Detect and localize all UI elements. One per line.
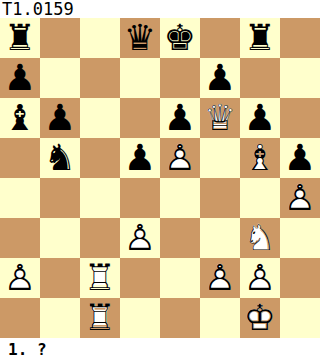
square-c8[interactable] [80,18,120,58]
square-g6[interactable]: ♟ [240,98,280,138]
square-e2[interactable] [160,258,200,298]
square-d3[interactable]: ♟♙ [120,218,160,258]
white-pawn: ♟♙ [284,178,316,218]
square-e3[interactable] [160,218,200,258]
black-pawn: ♟ [244,98,276,138]
square-d6[interactable] [120,98,160,138]
black-pawn: ♟ [44,98,76,138]
square-g2[interactable]: ♟♙ [240,258,280,298]
square-b1[interactable] [40,298,80,338]
square-e1[interactable] [160,298,200,338]
black-pawn: ♟ [164,98,196,138]
square-b6[interactable]: ♟ [40,98,80,138]
square-c5[interactable] [80,138,120,178]
white-bishop: ♝♗ [244,138,276,178]
square-a4[interactable] [0,178,40,218]
white-pawn: ♟♙ [124,218,156,258]
white-pawn: ♟♙ [244,258,276,298]
square-h2[interactable] [280,258,320,298]
square-h4[interactable]: ♟♙ [280,178,320,218]
square-c3[interactable] [80,218,120,258]
black-pawn: ♟ [4,58,36,98]
black-king: ♚ [164,18,196,58]
black-pawn: ♟ [204,58,236,98]
black-rook: ♜ [4,18,36,58]
square-a7[interactable]: ♟ [0,58,40,98]
white-pawn: ♟♙ [164,138,196,178]
square-f8[interactable] [200,18,240,58]
square-h5[interactable]: ♟ [280,138,320,178]
black-bishop: ♝ [4,98,36,138]
square-g8[interactable]: ♜ [240,18,280,58]
white-rook: ♜♖ [84,298,116,338]
move-prompt: 1. ? [0,338,320,360]
square-a8[interactable]: ♜ [0,18,40,58]
square-h6[interactable] [280,98,320,138]
square-f1[interactable] [200,298,240,338]
square-b4[interactable] [40,178,80,218]
square-b5[interactable]: ♞ [40,138,80,178]
square-f2[interactable]: ♟♙ [200,258,240,298]
square-h3[interactable] [280,218,320,258]
square-b3[interactable] [40,218,80,258]
square-a6[interactable]: ♝ [0,98,40,138]
square-f4[interactable] [200,178,240,218]
square-h7[interactable] [280,58,320,98]
square-f6[interactable]: ♛♕ [200,98,240,138]
white-king: ♚♔ [244,298,276,338]
square-e7[interactable] [160,58,200,98]
square-f3[interactable] [200,218,240,258]
white-queen: ♛♕ [204,98,236,138]
puzzle-id: T1.0159 [0,0,320,18]
square-d8[interactable]: ♛ [120,18,160,58]
black-pawn: ♟ [284,138,316,178]
black-pawn: ♟ [124,138,156,178]
square-e4[interactable] [160,178,200,218]
square-d1[interactable] [120,298,160,338]
square-b7[interactable] [40,58,80,98]
square-g3[interactable]: ♞♘ [240,218,280,258]
square-g4[interactable] [240,178,280,218]
black-knight: ♞ [44,138,76,178]
puzzle-page: T1.0159 ♜♛♚♜♟♟♝♟♟♛♕♟♞♟♟♙♝♗♟♟♙♟♙♞♘♟♙♜♖♟♙♟… [0,0,320,360]
square-a5[interactable] [0,138,40,178]
square-a1[interactable] [0,298,40,338]
chess-board: ♜♛♚♜♟♟♝♟♟♛♕♟♞♟♟♙♝♗♟♟♙♟♙♞♘♟♙♜♖♟♙♟♙♜♖♚♔ [0,18,320,338]
square-e8[interactable]: ♚ [160,18,200,58]
white-pawn: ♟♙ [4,258,36,298]
white-rook: ♜♖ [84,258,116,298]
square-e6[interactable]: ♟ [160,98,200,138]
square-a3[interactable] [0,218,40,258]
square-d4[interactable] [120,178,160,218]
square-c7[interactable] [80,58,120,98]
square-c2[interactable]: ♜♖ [80,258,120,298]
square-h8[interactable] [280,18,320,58]
black-queen: ♛ [124,18,156,58]
square-d7[interactable] [120,58,160,98]
square-c1[interactable]: ♜♖ [80,298,120,338]
black-rook: ♜ [244,18,276,58]
white-pawn: ♟♙ [204,258,236,298]
square-b8[interactable] [40,18,80,58]
white-knight: ♞♘ [244,218,276,258]
square-e5[interactable]: ♟♙ [160,138,200,178]
square-g5[interactable]: ♝♗ [240,138,280,178]
square-b2[interactable] [40,258,80,298]
square-g7[interactable] [240,58,280,98]
square-d2[interactable] [120,258,160,298]
square-g1[interactable]: ♚♔ [240,298,280,338]
square-d5[interactable]: ♟ [120,138,160,178]
square-c6[interactable] [80,98,120,138]
square-f7[interactable]: ♟ [200,58,240,98]
square-h1[interactable] [280,298,320,338]
square-f5[interactable] [200,138,240,178]
square-c4[interactable] [80,178,120,218]
square-a2[interactable]: ♟♙ [0,258,40,298]
